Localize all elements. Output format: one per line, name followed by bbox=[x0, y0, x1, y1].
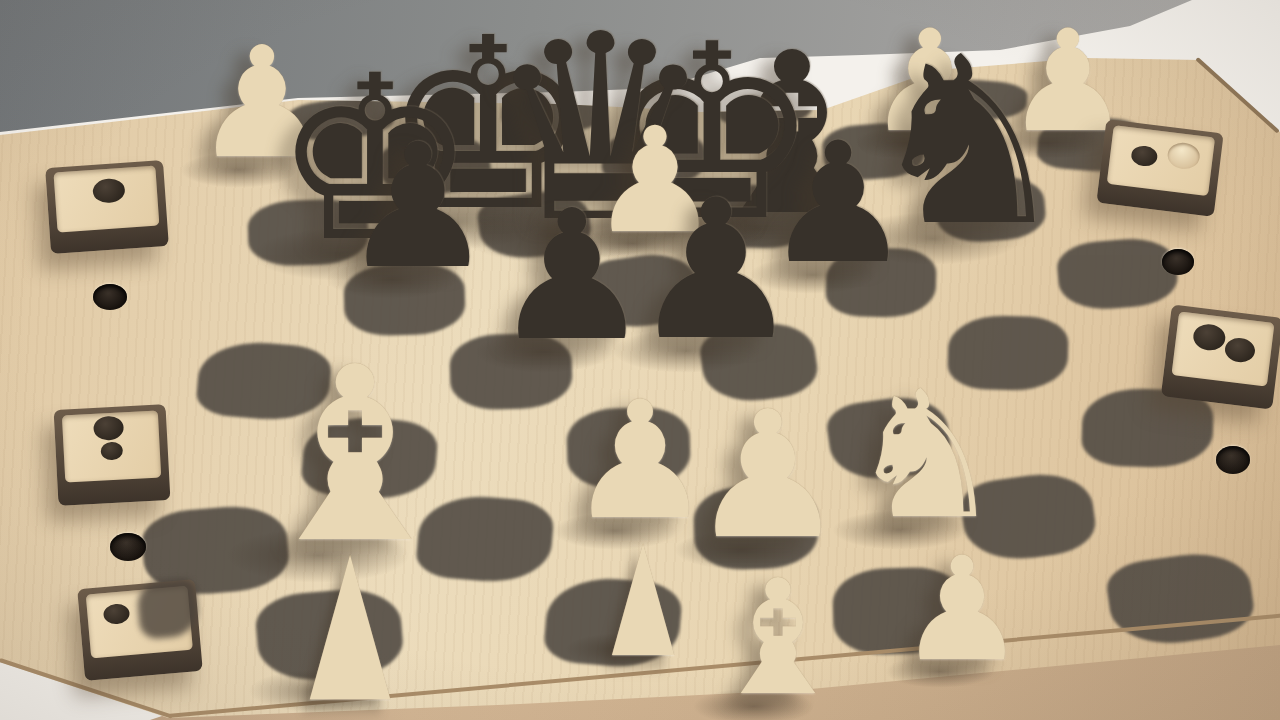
pawn-glyph: ♟ bbox=[492, 186, 653, 365]
pawn-glyph: ♟ bbox=[898, 538, 1026, 681]
bishop-cone-glyph: ▲ bbox=[612, 514, 675, 660]
dice-block-right-middle[interactable] bbox=[1161, 305, 1280, 410]
cream-bishop-e4[interactable]: ♝ bbox=[707, 559, 849, 718]
block-hole-dot bbox=[1224, 337, 1257, 364]
block-hole-dot bbox=[1130, 145, 1158, 168]
board-drilled-hole bbox=[1216, 446, 1250, 474]
knight-glyph: ♞ bbox=[847, 368, 1004, 544]
dice-block-face bbox=[62, 410, 162, 482]
pawn-glyph: ♟ bbox=[630, 174, 802, 366]
dice-block-face bbox=[86, 585, 193, 658]
chess-photo-scene: ♟♚♚♛♚♝♟♟♟♟♟♞♟♟♝♟♟♞▲▲♝♟ bbox=[0, 0, 1280, 720]
board-drilled-hole bbox=[110, 533, 146, 561]
block-hole-dot bbox=[93, 415, 124, 441]
dice-block-face bbox=[1107, 125, 1215, 196]
bishop-cone-glyph: ▲ bbox=[309, 517, 390, 706]
block-hole-dot bbox=[100, 442, 123, 461]
cream-pawn-g4[interactable]: ♟ bbox=[898, 538, 1026, 681]
cream-bishop-cone-b4[interactable]: ▲ bbox=[278, 517, 423, 706]
pawn-glyph: ♟ bbox=[689, 388, 846, 564]
dice-block-face bbox=[54, 166, 159, 233]
bishop-glyph: ♝ bbox=[707, 559, 849, 718]
dice-block-left-bottom[interactable] bbox=[77, 579, 203, 681]
block-hole-dot bbox=[93, 178, 127, 204]
black-pawn-b7[interactable]: ♟ bbox=[341, 121, 495, 293]
cream-bishop-cone-d4[interactable]: ▲ bbox=[587, 514, 699, 660]
block-hole-dot bbox=[1192, 323, 1227, 353]
dice-block-face bbox=[1171, 311, 1274, 387]
board-drilled-hole bbox=[93, 284, 127, 310]
block-crater-dot bbox=[1167, 141, 1202, 171]
board-drilled-hole bbox=[1162, 249, 1194, 275]
block-hole-dot bbox=[102, 603, 130, 625]
cream-knight-g5[interactable]: ♞ bbox=[847, 368, 1004, 544]
dice-block-left-middle[interactable] bbox=[54, 404, 171, 506]
cream-pawn-e5[interactable]: ♟ bbox=[689, 388, 846, 564]
pawn-glyph: ♟ bbox=[341, 121, 495, 293]
dice-block-left-top[interactable] bbox=[45, 160, 169, 254]
black-pawn-e6[interactable]: ♟ bbox=[630, 174, 802, 366]
block-scorch-smudge bbox=[136, 578, 200, 640]
black-pawn-d6[interactable]: ♟ bbox=[492, 186, 653, 365]
dice-block-right-top[interactable] bbox=[1096, 119, 1223, 217]
